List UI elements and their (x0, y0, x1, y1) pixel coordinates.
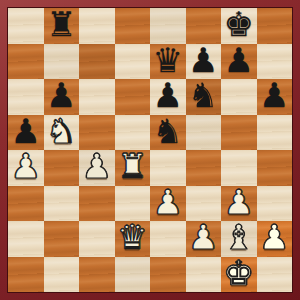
square-b4[interactable] (44, 150, 80, 186)
square-c7[interactable] (79, 44, 115, 80)
square-c3[interactable] (79, 186, 115, 222)
square-e8[interactable] (150, 8, 186, 44)
square-f5[interactable] (186, 115, 222, 151)
square-d1[interactable] (115, 257, 151, 293)
chess-board-frame: ♜♚♛♟♟♟♟♞♟♟♞♞♟♟♜♟♟♛♟♝♟♚ (0, 0, 300, 300)
square-g7[interactable]: ♟ (221, 44, 257, 80)
square-b1[interactable] (44, 257, 80, 293)
piece-white-pawn[interactable]: ♟ (82, 150, 112, 184)
piece-black-queen[interactable]: ♛ (153, 44, 183, 78)
piece-white-rook[interactable]: ♜ (117, 150, 147, 184)
square-g8[interactable]: ♚ (221, 8, 257, 44)
square-a1[interactable] (8, 257, 44, 293)
square-a8[interactable] (8, 8, 44, 44)
square-e3[interactable]: ♟ (150, 186, 186, 222)
square-d8[interactable] (115, 8, 151, 44)
square-e6[interactable]: ♟ (150, 79, 186, 115)
square-c5[interactable] (79, 115, 115, 151)
square-f4[interactable] (186, 150, 222, 186)
piece-white-pawn[interactable]: ♟ (188, 221, 218, 255)
square-b6[interactable]: ♟ (44, 79, 80, 115)
square-c8[interactable] (79, 8, 115, 44)
piece-black-rook[interactable]: ♜ (46, 8, 76, 42)
piece-white-bishop[interactable]: ♝ (224, 221, 254, 255)
square-g3[interactable]: ♟ (221, 186, 257, 222)
square-d7[interactable] (115, 44, 151, 80)
piece-white-pawn[interactable]: ♟ (259, 221, 289, 255)
chess-board: ♜♚♛♟♟♟♟♞♟♟♞♞♟♟♜♟♟♛♟♝♟♚ (8, 8, 292, 292)
square-h2[interactable]: ♟ (257, 221, 293, 257)
piece-white-pawn[interactable]: ♟ (224, 186, 254, 220)
square-h6[interactable]: ♟ (257, 79, 293, 115)
piece-white-king[interactable]: ♚ (224, 257, 254, 291)
square-h8[interactable] (257, 8, 293, 44)
square-f3[interactable] (186, 186, 222, 222)
square-a5[interactable]: ♟ (8, 115, 44, 151)
square-b7[interactable] (44, 44, 80, 80)
piece-black-pawn[interactable]: ♟ (153, 79, 183, 113)
piece-white-queen[interactable]: ♛ (117, 221, 147, 255)
square-a3[interactable] (8, 186, 44, 222)
piece-black-knight[interactable]: ♞ (153, 115, 183, 149)
square-d3[interactable] (115, 186, 151, 222)
square-c6[interactable] (79, 79, 115, 115)
piece-white-pawn[interactable]: ♟ (153, 186, 183, 220)
square-f8[interactable] (186, 8, 222, 44)
piece-black-pawn[interactable]: ♟ (224, 44, 254, 78)
square-d4[interactable]: ♜ (115, 150, 151, 186)
piece-black-pawn[interactable]: ♟ (11, 115, 41, 149)
square-g4[interactable] (221, 150, 257, 186)
square-f7[interactable]: ♟ (186, 44, 222, 80)
square-h4[interactable] (257, 150, 293, 186)
square-h3[interactable] (257, 186, 293, 222)
piece-black-knight[interactable]: ♞ (188, 79, 218, 113)
square-b5[interactable]: ♞ (44, 115, 80, 151)
square-g5[interactable] (221, 115, 257, 151)
square-d5[interactable] (115, 115, 151, 151)
piece-black-pawn[interactable]: ♟ (46, 79, 76, 113)
square-d2[interactable]: ♛ (115, 221, 151, 257)
piece-black-king[interactable]: ♚ (224, 8, 254, 42)
square-h5[interactable] (257, 115, 293, 151)
square-a4[interactable]: ♟ (8, 150, 44, 186)
square-e7[interactable]: ♛ (150, 44, 186, 80)
square-a6[interactable] (8, 79, 44, 115)
square-f6[interactable]: ♞ (186, 79, 222, 115)
piece-black-pawn[interactable]: ♟ (259, 79, 289, 113)
square-g2[interactable]: ♝ (221, 221, 257, 257)
piece-white-pawn[interactable]: ♟ (11, 150, 41, 184)
square-f2[interactable]: ♟ (186, 221, 222, 257)
square-c4[interactable]: ♟ (79, 150, 115, 186)
square-a7[interactable] (8, 44, 44, 80)
piece-black-pawn[interactable]: ♟ (188, 44, 218, 78)
square-e2[interactable] (150, 221, 186, 257)
square-b2[interactable] (44, 221, 80, 257)
square-e4[interactable] (150, 150, 186, 186)
square-g6[interactable] (221, 79, 257, 115)
square-b8[interactable]: ♜ (44, 8, 80, 44)
piece-white-knight[interactable]: ♞ (46, 115, 76, 149)
square-h1[interactable] (257, 257, 293, 293)
square-e1[interactable] (150, 257, 186, 293)
square-g1[interactable]: ♚ (221, 257, 257, 293)
square-h7[interactable] (257, 44, 293, 80)
square-a2[interactable] (8, 221, 44, 257)
square-d6[interactable] (115, 79, 151, 115)
square-e5[interactable]: ♞ (150, 115, 186, 151)
square-b3[interactable] (44, 186, 80, 222)
square-c2[interactable] (79, 221, 115, 257)
square-c1[interactable] (79, 257, 115, 293)
square-f1[interactable] (186, 257, 222, 293)
